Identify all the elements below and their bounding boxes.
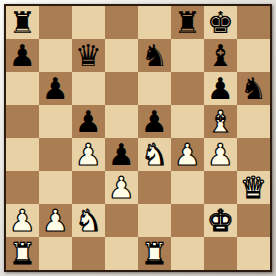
square-b5[interactable] <box>39 105 72 138</box>
square-f6[interactable] <box>171 72 204 105</box>
black-pawn[interactable]: ♟ <box>42 72 69 105</box>
square-h7[interactable] <box>237 39 270 72</box>
white-pawn[interactable]: ♟ <box>108 171 135 204</box>
black-knight[interactable]: ♞ <box>240 72 267 105</box>
square-d3[interactable]: ♟ <box>105 171 138 204</box>
square-e6[interactable] <box>138 72 171 105</box>
square-b3[interactable] <box>39 171 72 204</box>
black-pawn[interactable]: ♟ <box>9 39 36 72</box>
black-pawn[interactable]: ♟ <box>108 138 135 171</box>
square-b1[interactable] <box>39 237 72 270</box>
square-b7[interactable] <box>39 39 72 72</box>
board-frame: ♜♜♚♟♛♞♝♟♟♞♟♟♝♟♟♞♟♟♟♛♟♟♞♚♜♜ <box>0 0 276 276</box>
square-h3[interactable]: ♛ <box>237 171 270 204</box>
black-king[interactable]: ♚ <box>207 6 234 39</box>
square-b2[interactable]: ♟ <box>39 204 72 237</box>
square-g4[interactable]: ♟ <box>204 138 237 171</box>
square-e2[interactable] <box>138 204 171 237</box>
square-a4[interactable] <box>6 138 39 171</box>
square-e4[interactable]: ♞ <box>138 138 171 171</box>
square-e3[interactable] <box>138 171 171 204</box>
square-g1[interactable] <box>204 237 237 270</box>
square-d8[interactable] <box>105 6 138 39</box>
white-pawn[interactable]: ♟ <box>207 138 234 171</box>
square-a1[interactable]: ♜ <box>6 237 39 270</box>
square-f2[interactable] <box>171 204 204 237</box>
square-g6[interactable]: ♟ <box>204 72 237 105</box>
square-h2[interactable] <box>237 204 270 237</box>
square-h8[interactable] <box>237 6 270 39</box>
black-knight[interactable]: ♞ <box>141 39 168 72</box>
square-b4[interactable] <box>39 138 72 171</box>
square-a3[interactable] <box>6 171 39 204</box>
white-king[interactable]: ♚ <box>207 204 234 237</box>
square-a7[interactable]: ♟ <box>6 39 39 72</box>
square-c4[interactable]: ♟ <box>72 138 105 171</box>
square-e1[interactable]: ♜ <box>138 237 171 270</box>
square-h6[interactable]: ♞ <box>237 72 270 105</box>
square-f1[interactable] <box>171 237 204 270</box>
square-c2[interactable]: ♞ <box>72 204 105 237</box>
square-f3[interactable] <box>171 171 204 204</box>
white-rook[interactable]: ♜ <box>141 237 168 270</box>
square-e7[interactable]: ♞ <box>138 39 171 72</box>
black-pawn[interactable]: ♟ <box>75 105 102 138</box>
white-knight[interactable]: ♞ <box>141 138 168 171</box>
black-bishop[interactable]: ♝ <box>207 39 234 72</box>
white-bishop[interactable]: ♝ <box>207 105 234 138</box>
square-d6[interactable] <box>105 72 138 105</box>
black-pawn[interactable]: ♟ <box>207 72 234 105</box>
white-pawn[interactable]: ♟ <box>42 204 69 237</box>
white-queen[interactable]: ♛ <box>240 171 267 204</box>
square-d7[interactable] <box>105 39 138 72</box>
white-rook[interactable]: ♜ <box>9 237 36 270</box>
square-a2[interactable]: ♟ <box>6 204 39 237</box>
black-rook[interactable]: ♜ <box>174 6 201 39</box>
square-e8[interactable] <box>138 6 171 39</box>
white-knight[interactable]: ♞ <box>75 204 102 237</box>
black-queen[interactable]: ♛ <box>75 39 102 72</box>
square-g5[interactable]: ♝ <box>204 105 237 138</box>
square-a5[interactable] <box>6 105 39 138</box>
white-pawn[interactable]: ♟ <box>174 138 201 171</box>
square-c6[interactable] <box>72 72 105 105</box>
square-e5[interactable]: ♟ <box>138 105 171 138</box>
square-f4[interactable]: ♟ <box>171 138 204 171</box>
square-b8[interactable] <box>39 6 72 39</box>
square-c8[interactable] <box>72 6 105 39</box>
square-c1[interactable] <box>72 237 105 270</box>
black-rook[interactable]: ♜ <box>9 6 36 39</box>
black-pawn[interactable]: ♟ <box>141 105 168 138</box>
square-f5[interactable] <box>171 105 204 138</box>
square-a6[interactable] <box>6 72 39 105</box>
square-d2[interactable] <box>105 204 138 237</box>
square-g7[interactable]: ♝ <box>204 39 237 72</box>
square-h1[interactable] <box>237 237 270 270</box>
square-g3[interactable] <box>204 171 237 204</box>
square-b6[interactable]: ♟ <box>39 72 72 105</box>
square-h5[interactable] <box>237 105 270 138</box>
square-d4[interactable]: ♟ <box>105 138 138 171</box>
white-pawn[interactable]: ♟ <box>75 138 102 171</box>
square-c3[interactable] <box>72 171 105 204</box>
chess-board: ♜♜♚♟♛♞♝♟♟♞♟♟♝♟♟♞♟♟♟♛♟♟♞♚♜♜ <box>4 4 272 272</box>
square-d1[interactable] <box>105 237 138 270</box>
square-c5[interactable]: ♟ <box>72 105 105 138</box>
square-f8[interactable]: ♜ <box>171 6 204 39</box>
square-g8[interactable]: ♚ <box>204 6 237 39</box>
square-d5[interactable] <box>105 105 138 138</box>
square-h4[interactable] <box>237 138 270 171</box>
square-f7[interactable] <box>171 39 204 72</box>
square-g2[interactable]: ♚ <box>204 204 237 237</box>
square-a8[interactable]: ♜ <box>6 6 39 39</box>
white-pawn[interactable]: ♟ <box>9 204 36 237</box>
square-c7[interactable]: ♛ <box>72 39 105 72</box>
